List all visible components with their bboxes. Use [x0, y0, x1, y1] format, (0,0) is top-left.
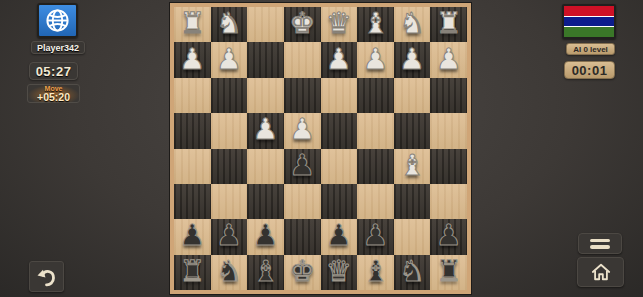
square-g1[interactable]: ♞	[211, 7, 248, 42]
square-h2[interactable]: ♟	[174, 42, 211, 77]
square-b3[interactable]	[394, 78, 431, 113]
piece-black-pawn[interactable]: ♟	[179, 221, 205, 250]
piece-black-pawn[interactable]: ♟	[253, 221, 279, 250]
piece-black-pawn[interactable]: ♟	[289, 151, 315, 180]
square-b8[interactable]: ♞	[394, 255, 431, 290]
square-e2[interactable]	[284, 42, 321, 77]
square-d8[interactable]: ♛	[321, 255, 358, 290]
square-a1[interactable]: ♜	[430, 7, 467, 42]
player-name-label: Player342	[31, 41, 85, 54]
move-increment-value: +05:20	[37, 92, 70, 103]
square-f6[interactable]	[247, 184, 284, 219]
piece-black-pawn[interactable]: ♟	[362, 221, 388, 250]
globe-icon	[44, 7, 71, 34]
square-g3[interactable]	[211, 78, 248, 113]
square-a3[interactable]	[430, 78, 467, 113]
piece-white-pawn[interactable]: ♟	[436, 45, 462, 74]
move-increment-box: Move +05:20	[27, 84, 80, 103]
piece-black-pawn[interactable]: ♟	[326, 221, 352, 250]
piece-white-rook[interactable]: ♜	[179, 9, 205, 38]
piece-white-bishop[interactable]: ♝	[362, 9, 388, 38]
piece-white-knight[interactable]: ♞	[399, 9, 425, 38]
square-d7[interactable]: ♟	[321, 219, 358, 254]
square-d2[interactable]: ♟	[321, 42, 358, 77]
piece-black-pawn[interactable]: ♟	[216, 221, 242, 250]
square-e5[interactable]: ♟	[284, 149, 321, 184]
square-e3[interactable]	[284, 78, 321, 113]
square-c2[interactable]: ♟	[357, 42, 394, 77]
square-d6[interactable]	[321, 184, 358, 219]
piece-white-pawn[interactable]: ♟	[399, 45, 425, 74]
square-f1[interactable]	[247, 7, 284, 42]
piece-black-rook[interactable]: ♜	[436, 257, 462, 286]
square-g7[interactable]: ♟	[211, 219, 248, 254]
square-d1[interactable]: ♛	[321, 7, 358, 42]
piece-white-bishop[interactable]: ♝	[399, 151, 425, 180]
ai-avatar-gambia-flag[interactable]	[562, 4, 616, 39]
piece-white-knight[interactable]: ♞	[216, 9, 242, 38]
square-e4[interactable]: ♟	[284, 113, 321, 148]
piece-black-bishop[interactable]: ♝	[362, 257, 388, 286]
square-f2[interactable]	[247, 42, 284, 77]
square-f8[interactable]: ♝	[247, 255, 284, 290]
square-a2[interactable]: ♟	[430, 42, 467, 77]
square-a8[interactable]: ♜	[430, 255, 467, 290]
flag-stripe-green	[564, 27, 614, 37]
piece-black-queen[interactable]: ♛	[326, 257, 352, 286]
piece-black-knight[interactable]: ♞	[399, 257, 425, 286]
equals-icon	[590, 237, 610, 250]
square-f4[interactable]: ♟	[247, 113, 284, 148]
undo-button[interactable]	[29, 261, 64, 292]
square-g8[interactable]: ♞	[211, 255, 248, 290]
square-c8[interactable]: ♝	[357, 255, 394, 290]
piece-white-queen[interactable]: ♛	[326, 9, 352, 38]
square-g5[interactable]	[211, 149, 248, 184]
ai-clock: 00:01	[564, 61, 615, 79]
square-a5[interactable]	[430, 149, 467, 184]
square-a4[interactable]	[430, 113, 467, 148]
piece-white-pawn[interactable]: ♟	[326, 45, 352, 74]
piece-black-bishop[interactable]: ♝	[253, 257, 279, 286]
piece-black-knight[interactable]: ♞	[216, 257, 242, 286]
square-b1[interactable]: ♞	[394, 7, 431, 42]
square-d4[interactable]	[321, 113, 358, 148]
square-c7[interactable]: ♟	[357, 219, 394, 254]
square-c5[interactable]	[357, 149, 394, 184]
square-e7[interactable]	[284, 219, 321, 254]
draw-offer-button[interactable]	[578, 233, 622, 254]
square-b7[interactable]	[394, 219, 431, 254]
chess-app-screen: Player342 05:27 Move +05:20 AI 0 level 0…	[0, 0, 643, 297]
square-h5[interactable]	[174, 149, 211, 184]
square-b4[interactable]	[394, 113, 431, 148]
piece-black-rook[interactable]: ♜	[179, 257, 205, 286]
undo-arrow-icon	[35, 266, 59, 288]
piece-black-king[interactable]: ♚	[289, 257, 315, 286]
player-clock: 05:27	[29, 62, 78, 80]
square-a6[interactable]	[430, 184, 467, 219]
square-d5[interactable]	[321, 149, 358, 184]
square-e6[interactable]	[284, 184, 321, 219]
square-b5[interactable]: ♝	[394, 149, 431, 184]
square-h8[interactable]: ♜	[174, 255, 211, 290]
piece-black-pawn[interactable]: ♟	[436, 221, 462, 250]
square-h6[interactable]	[174, 184, 211, 219]
square-a7[interactable]: ♟	[430, 219, 467, 254]
square-g6[interactable]	[211, 184, 248, 219]
square-c6[interactable]	[357, 184, 394, 219]
square-b2[interactable]: ♟	[394, 42, 431, 77]
home-icon	[590, 262, 612, 282]
square-f7[interactable]: ♟	[247, 219, 284, 254]
piece-white-pawn[interactable]: ♟	[253, 115, 279, 144]
square-e1[interactable]: ♚	[284, 7, 321, 42]
ai-level-label: AI 0 level	[566, 43, 615, 55]
player-avatar-globe-button[interactable]	[37, 3, 78, 38]
square-f5[interactable]	[247, 149, 284, 184]
square-c3[interactable]	[357, 78, 394, 113]
square-f3[interactable]	[247, 78, 284, 113]
square-e8[interactable]: ♚	[284, 255, 321, 290]
square-b6[interactable]	[394, 184, 431, 219]
square-h3[interactable]	[174, 78, 211, 113]
square-c4[interactable]	[357, 113, 394, 148]
piece-white-pawn[interactable]: ♟	[362, 45, 388, 74]
square-g2[interactable]: ♟	[211, 42, 248, 77]
chess-board: ♜♞♚♛♝♞♜♟♟♟♟♟♟♟♟♟♝♟♟♟♟♟♟♜♞♝♚♛♝♞♜	[170, 3, 471, 294]
piece-white-pawn[interactable]: ♟	[216, 45, 242, 74]
square-d3[interactable]	[321, 78, 358, 113]
piece-white-pawn[interactable]: ♟	[179, 45, 205, 74]
square-h4[interactable]	[174, 113, 211, 148]
piece-white-king[interactable]: ♚	[289, 9, 315, 38]
home-button[interactable]	[577, 257, 624, 287]
square-h7[interactable]: ♟	[174, 219, 211, 254]
flag-stripe-blue	[564, 17, 614, 25]
square-g4[interactable]	[211, 113, 248, 148]
flag-stripe-red	[564, 6, 614, 16]
square-c1[interactable]: ♝	[357, 7, 394, 42]
piece-white-pawn[interactable]: ♟	[289, 115, 315, 144]
piece-white-rook[interactable]: ♜	[436, 9, 462, 38]
square-h1[interactable]: ♜	[174, 7, 211, 42]
